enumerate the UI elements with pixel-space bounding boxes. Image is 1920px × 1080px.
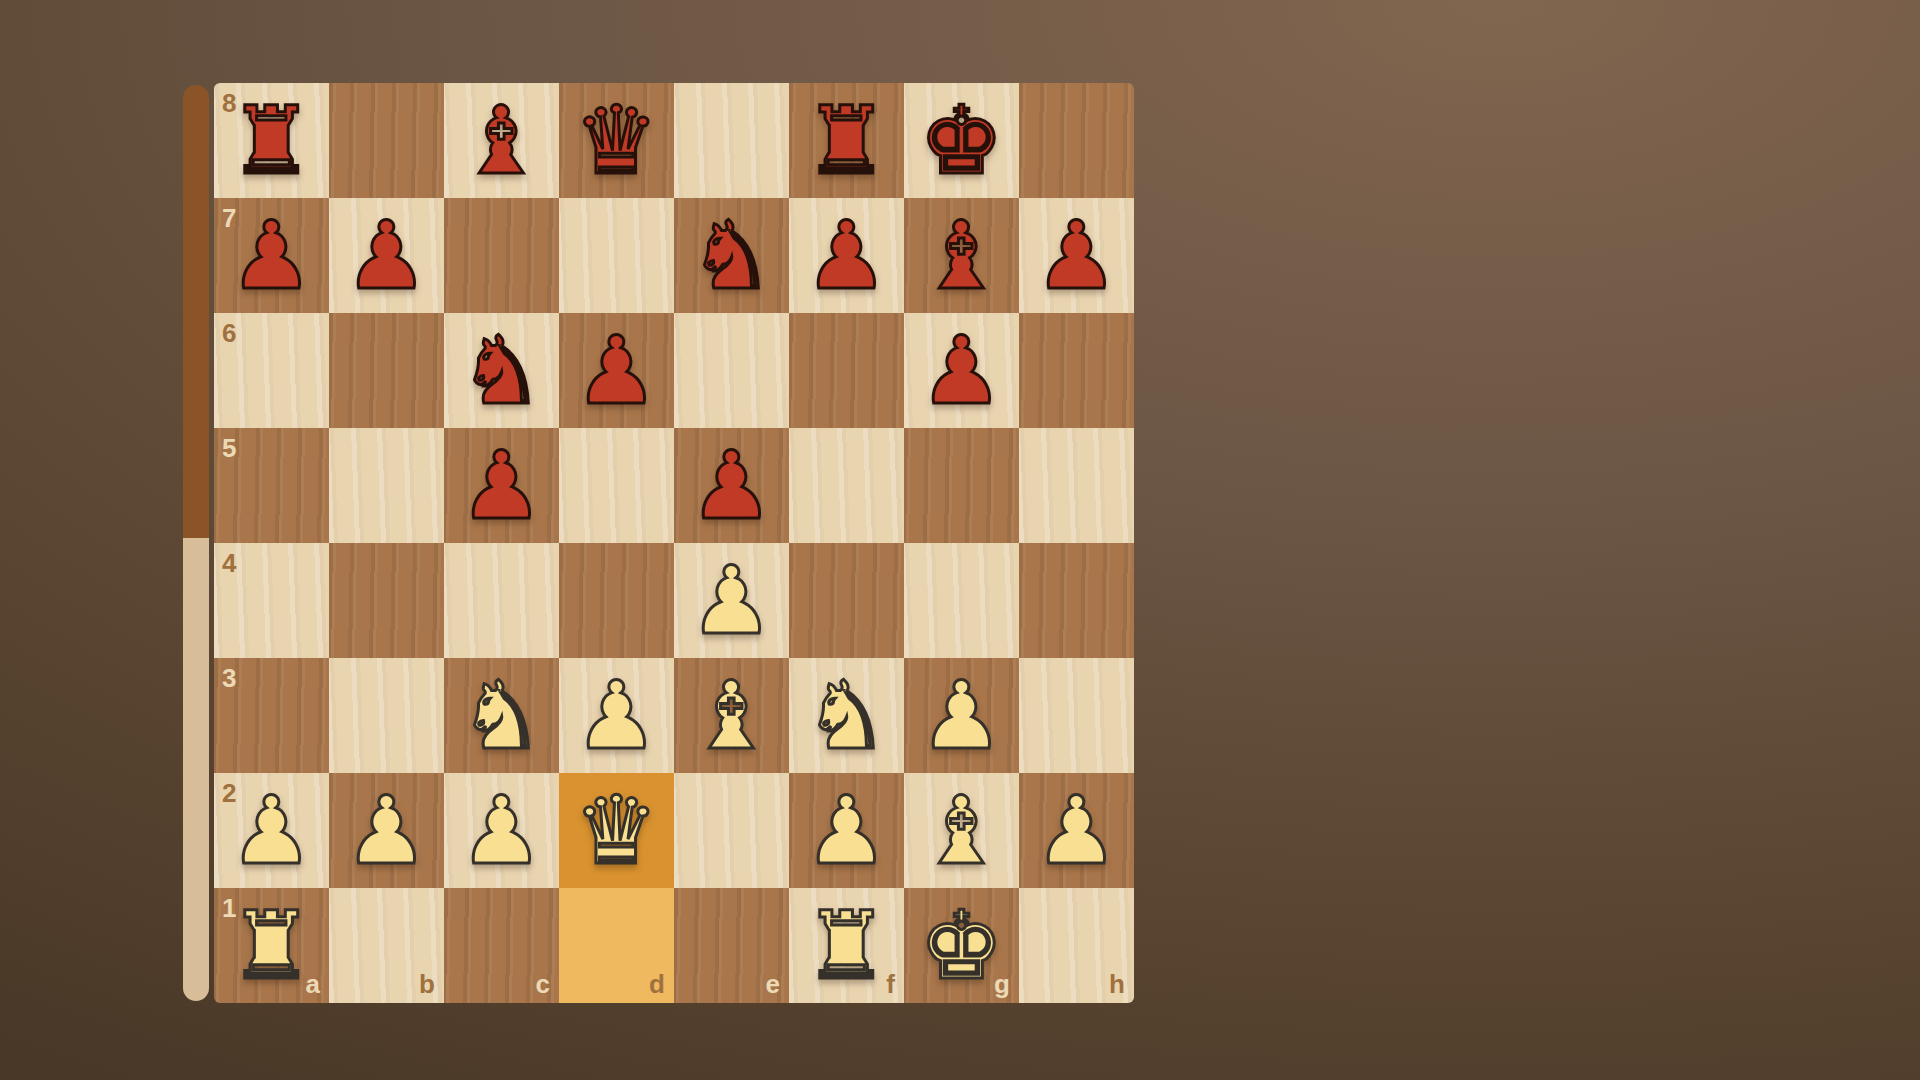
piece-red-pawn[interactable]: ♟ bbox=[904, 313, 1019, 428]
square-a1[interactable]: ♜1a bbox=[214, 888, 329, 1003]
rank-label-7: 7 bbox=[222, 203, 236, 234]
eval-bar bbox=[183, 85, 209, 1001]
square-h4[interactable] bbox=[1019, 543, 1134, 658]
square-b5[interactable] bbox=[329, 428, 444, 543]
square-g2[interactable]: ♝ bbox=[904, 773, 1019, 888]
square-g4[interactable] bbox=[904, 543, 1019, 658]
piece-red-pawn[interactable]: ♟ bbox=[1019, 198, 1134, 313]
square-g3[interactable]: ♟ bbox=[904, 658, 1019, 773]
rank-label-1: 1 bbox=[222, 893, 236, 924]
piece-white-knight[interactable]: ♞ bbox=[444, 658, 559, 773]
rank-label-6: 6 bbox=[222, 318, 236, 349]
square-c2[interactable]: ♟ bbox=[444, 773, 559, 888]
square-f4[interactable] bbox=[789, 543, 904, 658]
square-b6[interactable] bbox=[329, 313, 444, 428]
piece-white-bishop[interactable]: ♝ bbox=[904, 773, 1019, 888]
square-h5[interactable] bbox=[1019, 428, 1134, 543]
file-label-g: g bbox=[994, 969, 1010, 1000]
square-f2[interactable]: ♟ bbox=[789, 773, 904, 888]
chess-board[interactable]: ♜8♝♛♜♚♟7♟♞♟♝♟6♞♟♟5♟♟4♟3♞♟♝♞♟♟2♟♟♛♟♝♟♜1ab… bbox=[214, 83, 1134, 1003]
rank-label-8: 8 bbox=[222, 88, 236, 119]
square-d2[interactable]: ♛ bbox=[559, 773, 674, 888]
square-h3[interactable] bbox=[1019, 658, 1134, 773]
square-a6[interactable]: 6 bbox=[214, 313, 329, 428]
file-label-f: f bbox=[886, 969, 895, 1000]
piece-red-king[interactable]: ♚ bbox=[904, 83, 1019, 198]
square-a5[interactable]: 5 bbox=[214, 428, 329, 543]
square-d8[interactable]: ♛ bbox=[559, 83, 674, 198]
piece-red-pawn[interactable]: ♟ bbox=[329, 198, 444, 313]
square-g8[interactable]: ♚ bbox=[904, 83, 1019, 198]
square-f7[interactable]: ♟ bbox=[789, 198, 904, 313]
square-a7[interactable]: ♟7 bbox=[214, 198, 329, 313]
square-c6[interactable]: ♞ bbox=[444, 313, 559, 428]
piece-red-queen[interactable]: ♛ bbox=[559, 83, 674, 198]
square-d3[interactable]: ♟ bbox=[559, 658, 674, 773]
square-b4[interactable] bbox=[329, 543, 444, 658]
square-b2[interactable]: ♟ bbox=[329, 773, 444, 888]
square-b8[interactable] bbox=[329, 83, 444, 198]
square-f3[interactable]: ♞ bbox=[789, 658, 904, 773]
eval-bar-black-segment bbox=[183, 85, 209, 538]
square-c8[interactable]: ♝ bbox=[444, 83, 559, 198]
file-label-c: c bbox=[536, 969, 550, 1000]
square-d1[interactable]: d bbox=[559, 888, 674, 1003]
rank-label-2: 2 bbox=[222, 778, 236, 809]
square-f6[interactable] bbox=[789, 313, 904, 428]
square-c4[interactable] bbox=[444, 543, 559, 658]
piece-red-bishop[interactable]: ♝ bbox=[444, 83, 559, 198]
square-e1[interactable]: e bbox=[674, 888, 789, 1003]
square-e3[interactable]: ♝ bbox=[674, 658, 789, 773]
square-e6[interactable] bbox=[674, 313, 789, 428]
rank-label-5: 5 bbox=[222, 433, 236, 464]
piece-white-pawn[interactable]: ♟ bbox=[789, 773, 904, 888]
piece-red-knight[interactable]: ♞ bbox=[444, 313, 559, 428]
file-label-d: d bbox=[649, 969, 665, 1000]
piece-white-pawn[interactable]: ♟ bbox=[904, 658, 1019, 773]
square-h7[interactable]: ♟ bbox=[1019, 198, 1134, 313]
rank-label-3: 3 bbox=[222, 663, 236, 694]
square-b1[interactable]: b bbox=[329, 888, 444, 1003]
square-g1[interactable]: ♚g bbox=[904, 888, 1019, 1003]
rank-label-4: 4 bbox=[222, 548, 236, 579]
piece-red-rook[interactable]: ♜ bbox=[789, 83, 904, 198]
square-g5[interactable] bbox=[904, 428, 1019, 543]
piece-red-pawn[interactable]: ♟ bbox=[674, 428, 789, 543]
square-a2[interactable]: ♟2 bbox=[214, 773, 329, 888]
square-h1[interactable]: h bbox=[1019, 888, 1134, 1003]
piece-white-pawn[interactable]: ♟ bbox=[444, 773, 559, 888]
square-a3[interactable]: 3 bbox=[214, 658, 329, 773]
piece-red-pawn[interactable]: ♟ bbox=[789, 198, 904, 313]
square-g7[interactable]: ♝ bbox=[904, 198, 1019, 313]
piece-red-pawn[interactable]: ♟ bbox=[559, 313, 674, 428]
piece-white-knight[interactable]: ♞ bbox=[789, 658, 904, 773]
piece-white-pawn[interactable]: ♟ bbox=[329, 773, 444, 888]
square-c3[interactable]: ♞ bbox=[444, 658, 559, 773]
square-c5[interactable]: ♟ bbox=[444, 428, 559, 543]
square-f5[interactable] bbox=[789, 428, 904, 543]
square-a8[interactable]: ♜8 bbox=[214, 83, 329, 198]
square-h6[interactable] bbox=[1019, 313, 1134, 428]
app-background: ♜8♝♛♜♚♟7♟♞♟♝♟6♞♟♟5♟♟4♟3♞♟♝♞♟♟2♟♟♛♟♝♟♜1ab… bbox=[0, 0, 1920, 1080]
piece-red-bishop[interactable]: ♝ bbox=[904, 198, 1019, 313]
square-a4[interactable]: 4 bbox=[214, 543, 329, 658]
eval-bar-white-segment bbox=[183, 538, 209, 1001]
square-e4[interactable]: ♟ bbox=[674, 543, 789, 658]
square-d6[interactable]: ♟ bbox=[559, 313, 674, 428]
square-b7[interactable]: ♟ bbox=[329, 198, 444, 313]
file-label-a: a bbox=[306, 969, 320, 1000]
square-f1[interactable]: ♜f bbox=[789, 888, 904, 1003]
square-c7[interactable] bbox=[444, 198, 559, 313]
piece-white-bishop[interactable]: ♝ bbox=[674, 658, 789, 773]
square-e5[interactable]: ♟ bbox=[674, 428, 789, 543]
square-h2[interactable]: ♟ bbox=[1019, 773, 1134, 888]
square-h8[interactable] bbox=[1019, 83, 1134, 198]
square-b3[interactable] bbox=[329, 658, 444, 773]
square-g6[interactable]: ♟ bbox=[904, 313, 1019, 428]
square-e8[interactable] bbox=[674, 83, 789, 198]
file-label-b: b bbox=[419, 969, 435, 1000]
file-label-h: h bbox=[1109, 969, 1125, 1000]
square-d7[interactable] bbox=[559, 198, 674, 313]
piece-red-knight[interactable]: ♞ bbox=[674, 198, 789, 313]
piece-white-queen[interactable]: ♛ bbox=[559, 773, 674, 888]
file-label-e: e bbox=[766, 969, 780, 1000]
square-c1[interactable]: c bbox=[444, 888, 559, 1003]
square-d4[interactable] bbox=[559, 543, 674, 658]
square-f8[interactable]: ♜ bbox=[789, 83, 904, 198]
piece-white-pawn[interactable]: ♟ bbox=[674, 543, 789, 658]
piece-red-pawn[interactable]: ♟ bbox=[444, 428, 559, 543]
piece-white-pawn[interactable]: ♟ bbox=[559, 658, 674, 773]
piece-white-pawn[interactable]: ♟ bbox=[1019, 773, 1134, 888]
square-d5[interactable] bbox=[559, 428, 674, 543]
square-e2[interactable] bbox=[674, 773, 789, 888]
square-e7[interactable]: ♞ bbox=[674, 198, 789, 313]
